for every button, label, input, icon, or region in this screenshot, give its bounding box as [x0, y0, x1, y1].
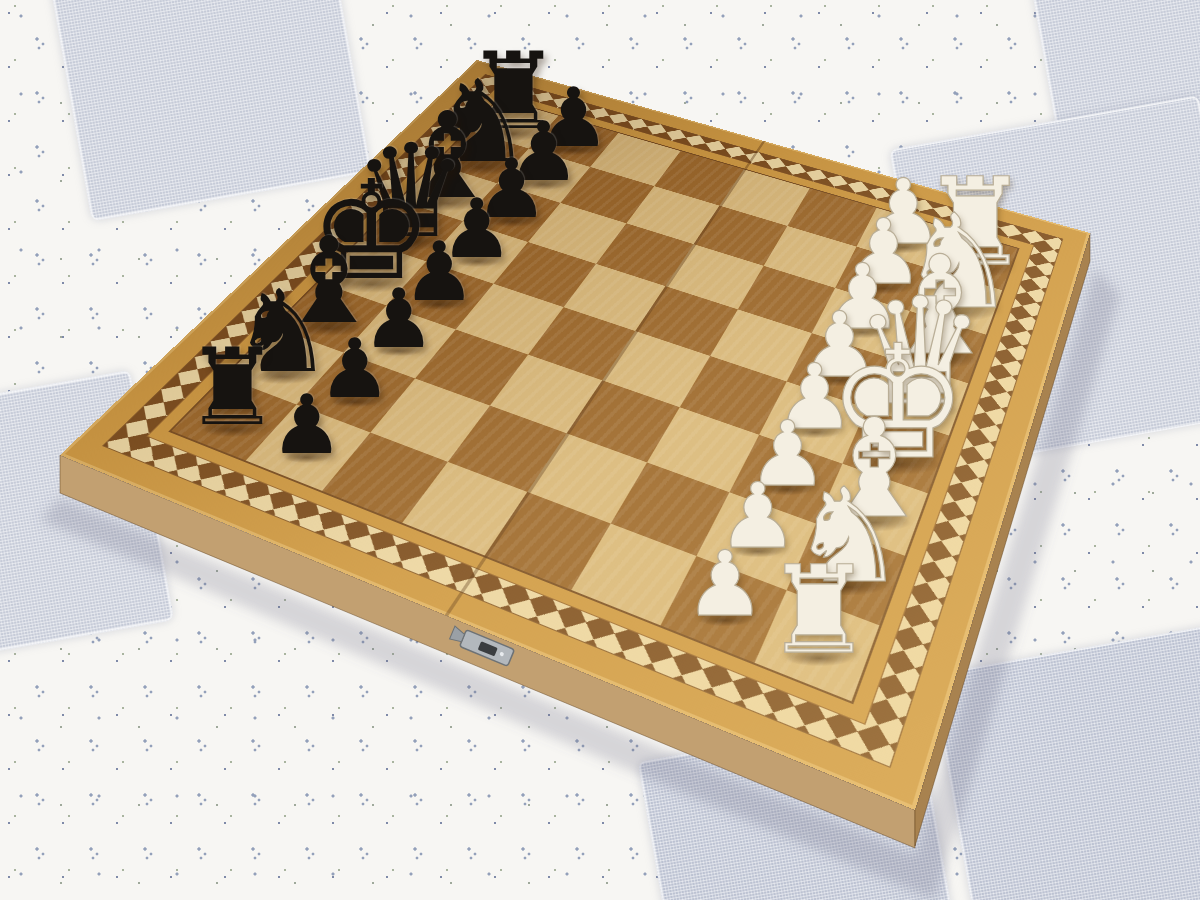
photo-scene: ♜♞♝♛♚♝♞♜♟♟♟♟♟♟♟♟♟♟♟♟♟♟♟♟♜♞♝♛♚♝♞♜: [0, 0, 1200, 900]
piece-black-pawn[interactable]: ♟: [270, 384, 344, 466]
piece-white-rook[interactable]: ♜: [765, 550, 873, 671]
piece-white-pawn[interactable]: ♟: [685, 540, 766, 630]
piece-black-rook[interactable]: ♜: [185, 335, 280, 441]
